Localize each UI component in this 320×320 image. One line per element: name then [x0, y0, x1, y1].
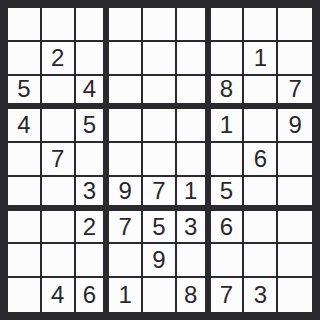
cell-r3c7[interactable]: 8 [211, 76, 245, 110]
cell-r7c9[interactable] [278, 211, 312, 245]
cell-r2c7[interactable] [211, 42, 245, 76]
cell-r7c1[interactable] [8, 211, 42, 245]
cell-r6c8[interactable] [244, 177, 278, 211]
cell-r8c9[interactable] [278, 244, 312, 278]
cell-r4c7[interactable]: 1 [211, 109, 245, 143]
cell-r3c8[interactable] [244, 76, 278, 110]
cell-r7c3[interactable]: 2 [76, 211, 110, 245]
cell-r2c5[interactable] [143, 42, 177, 76]
cell-r7c5[interactable]: 5 [143, 211, 177, 245]
cell-r9c4[interactable]: 1 [109, 278, 143, 312]
cell-r1c6[interactable] [177, 8, 211, 42]
cell-r4c4[interactable] [109, 109, 143, 143]
cell-r9c5[interactable] [143, 278, 177, 312]
cell-r1c9[interactable] [278, 8, 312, 42]
cell-r5c8[interactable]: 6 [244, 143, 278, 177]
cell-r1c1[interactable] [8, 8, 42, 42]
cell-r8c6[interactable] [177, 244, 211, 278]
cell-r4c1[interactable]: 4 [8, 109, 42, 143]
cell-r1c3[interactable] [76, 8, 110, 42]
cell-r5c5[interactable] [143, 143, 177, 177]
cell-r9c9[interactable] [278, 278, 312, 312]
cell-r8c4[interactable] [109, 244, 143, 278]
cell-r9c1[interactable] [8, 278, 42, 312]
cell-r1c8[interactable] [244, 8, 278, 42]
cell-r2c1[interactable] [8, 42, 42, 76]
cell-r4c9[interactable]: 9 [278, 109, 312, 143]
cell-r3c5[interactable] [143, 76, 177, 110]
cell-r6c3[interactable]: 3 [76, 177, 110, 211]
cell-r4c6[interactable] [177, 109, 211, 143]
cell-r2c6[interactable] [177, 42, 211, 76]
cell-r7c2[interactable] [42, 211, 76, 245]
cell-r5c3[interactable] [76, 143, 110, 177]
cell-r1c2[interactable] [42, 8, 76, 42]
cell-r6c7[interactable]: 5 [211, 177, 245, 211]
cell-r8c3[interactable] [76, 244, 110, 278]
sudoku-board: 21548745197639715275369461873 [0, 0, 320, 320]
cell-r6c6[interactable]: 1 [177, 177, 211, 211]
cell-r6c5[interactable]: 7 [143, 177, 177, 211]
cell-r5c7[interactable] [211, 143, 245, 177]
cell-r8c7[interactable] [211, 244, 245, 278]
cell-r6c2[interactable] [42, 177, 76, 211]
cell-r7c6[interactable]: 3 [177, 211, 211, 245]
cell-r8c8[interactable] [244, 244, 278, 278]
cell-r1c5[interactable] [143, 8, 177, 42]
cell-r9c6[interactable]: 8 [177, 278, 211, 312]
cell-r2c9[interactable] [278, 42, 312, 76]
cell-r3c1[interactable]: 5 [8, 76, 42, 110]
cell-r2c4[interactable] [109, 42, 143, 76]
cell-r3c9[interactable]: 7 [278, 76, 312, 110]
cell-r9c2[interactable]: 4 [42, 278, 76, 312]
cell-r9c8[interactable]: 3 [244, 278, 278, 312]
cell-r6c1[interactable] [8, 177, 42, 211]
cell-r5c6[interactable] [177, 143, 211, 177]
cell-r5c2[interactable]: 7 [42, 143, 76, 177]
cell-r3c6[interactable] [177, 76, 211, 110]
cell-r4c2[interactable] [42, 109, 76, 143]
cell-r6c9[interactable] [278, 177, 312, 211]
cell-r6c4[interactable]: 9 [109, 177, 143, 211]
cell-r4c8[interactable] [244, 109, 278, 143]
cell-r8c5[interactable]: 9 [143, 244, 177, 278]
cell-r8c2[interactable] [42, 244, 76, 278]
cell-r8c1[interactable] [8, 244, 42, 278]
cell-r2c3[interactable] [76, 42, 110, 76]
cell-r9c3[interactable]: 6 [76, 278, 110, 312]
cell-r4c3[interactable]: 5 [76, 109, 110, 143]
cell-r7c7[interactable]: 6 [211, 211, 245, 245]
cell-r5c9[interactable] [278, 143, 312, 177]
cell-r5c4[interactable] [109, 143, 143, 177]
cell-r7c4[interactable]: 7 [109, 211, 143, 245]
cell-r5c1[interactable] [8, 143, 42, 177]
cell-r1c4[interactable] [109, 8, 143, 42]
cell-r7c8[interactable] [244, 211, 278, 245]
cell-r1c7[interactable] [211, 8, 245, 42]
cell-r9c7[interactable]: 7 [211, 278, 245, 312]
cell-r3c3[interactable]: 4 [76, 76, 110, 110]
cell-r4c5[interactable] [143, 109, 177, 143]
cell-r3c4[interactable] [109, 76, 143, 110]
cell-r3c2[interactable] [42, 76, 76, 110]
cell-r2c2[interactable]: 2 [42, 42, 76, 76]
cell-r2c8[interactable]: 1 [244, 42, 278, 76]
